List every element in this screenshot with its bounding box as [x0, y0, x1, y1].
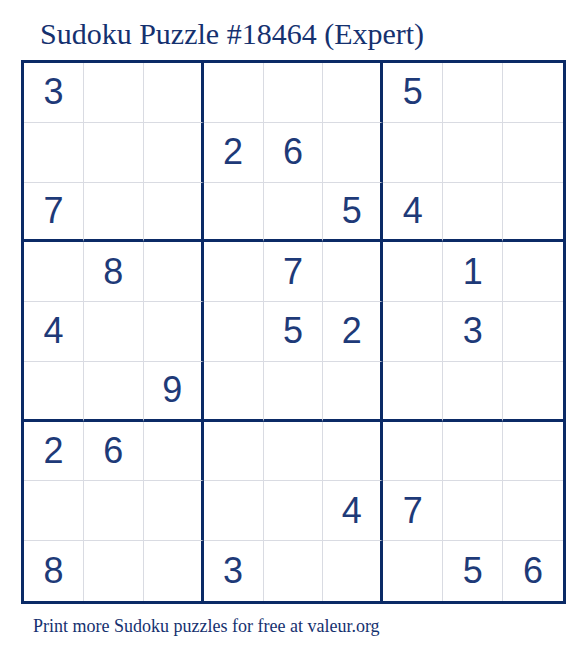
sudoku-cell-r1c1[interactable]: 3 [24, 63, 84, 123]
sudoku-cell-r9c7[interactable] [383, 541, 443, 601]
sudoku-cell-r8c1[interactable] [24, 481, 84, 541]
sudoku-cell-r7c7[interactable] [383, 422, 443, 482]
sudoku-cell-r3c2[interactable] [84, 183, 144, 243]
sudoku-cell-r4c5[interactable]: 7 [264, 242, 324, 302]
puzzle-title: Sudoku Puzzle #18464 (Expert) [40, 17, 424, 50]
sudoku-cell-r2c6[interactable] [323, 123, 383, 183]
sudoku-cell-r9c4[interactable]: 3 [204, 541, 264, 601]
sudoku-cell-r3c8[interactable] [443, 183, 503, 243]
sudoku-cell-r6c3[interactable]: 9 [144, 362, 204, 422]
sudoku-cell-r3c5[interactable] [264, 183, 324, 243]
sudoku-cell-r1c4[interactable] [204, 63, 264, 123]
sudoku-cell-r3c3[interactable] [144, 183, 204, 243]
sudoku-cell-r9c2[interactable] [84, 541, 144, 601]
sudoku-cell-r5c8[interactable]: 3 [443, 302, 503, 362]
sudoku-cell-r7c5[interactable] [264, 422, 324, 482]
sudoku-cell-r2c4[interactable]: 2 [204, 123, 264, 183]
sudoku-cell-r1c6[interactable] [323, 63, 383, 123]
sudoku-cell-r6c5[interactable] [264, 362, 324, 422]
sudoku-cell-r2c5[interactable]: 6 [264, 123, 324, 183]
sudoku-cell-r7c2[interactable]: 6 [84, 422, 144, 482]
sudoku-cell-r8c5[interactable] [264, 481, 324, 541]
sudoku-cell-r2c8[interactable] [443, 123, 503, 183]
sudoku-cell-r6c8[interactable] [443, 362, 503, 422]
sudoku-cell-r6c6[interactable] [323, 362, 383, 422]
sudoku-cell-r2c3[interactable] [144, 123, 204, 183]
sudoku-cell-r3c6[interactable]: 5 [323, 183, 383, 243]
sudoku-cell-r2c9[interactable] [503, 123, 563, 183]
sudoku-cell-r4c1[interactable] [24, 242, 84, 302]
sudoku-cell-r6c7[interactable] [383, 362, 443, 422]
sudoku-cell-r3c1[interactable]: 7 [24, 183, 84, 243]
sudoku-cell-r8c2[interactable] [84, 481, 144, 541]
sudoku-cell-r6c2[interactable] [84, 362, 144, 422]
sudoku-cell-r8c4[interactable] [204, 481, 264, 541]
sudoku-cell-r5c7[interactable] [383, 302, 443, 362]
sudoku-cell-r8c9[interactable] [503, 481, 563, 541]
sudoku-cell-r9c5[interactable] [264, 541, 324, 601]
sudoku-cell-r1c5[interactable] [264, 63, 324, 123]
sudoku-cell-r1c9[interactable] [503, 63, 563, 123]
sudoku-cell-r4c8[interactable]: 1 [443, 242, 503, 302]
sudoku-cell-r8c3[interactable] [144, 481, 204, 541]
sudoku-cell-r8c7[interactable]: 7 [383, 481, 443, 541]
sudoku-cell-r2c7[interactable] [383, 123, 443, 183]
sudoku-cell-r3c4[interactable] [204, 183, 264, 243]
sudoku-cell-r7c4[interactable] [204, 422, 264, 482]
sudoku-cell-r1c7[interactable]: 5 [383, 63, 443, 123]
sudoku-cell-r6c4[interactable] [204, 362, 264, 422]
sudoku-cell-r5c9[interactable] [503, 302, 563, 362]
sudoku-cell-r7c9[interactable] [503, 422, 563, 482]
sudoku-cell-r9c6[interactable] [323, 541, 383, 601]
sudoku-cell-r9c1[interactable]: 8 [24, 541, 84, 601]
sudoku-cell-r5c4[interactable] [204, 302, 264, 362]
sudoku-cell-r4c6[interactable] [323, 242, 383, 302]
sudoku-cell-r2c1[interactable] [24, 123, 84, 183]
sudoku-cell-r1c2[interactable] [84, 63, 144, 123]
sudoku-cell-r7c3[interactable] [144, 422, 204, 482]
sudoku-cell-r5c5[interactable]: 5 [264, 302, 324, 362]
footer-text: Print more Sudoku puzzles for free at va… [33, 616, 380, 637]
sudoku-cell-r5c2[interactable] [84, 302, 144, 362]
sudoku-cell-r8c8[interactable] [443, 481, 503, 541]
sudoku-cell-r6c1[interactable] [24, 362, 84, 422]
sudoku-cell-r4c2[interactable]: 8 [84, 242, 144, 302]
sudoku-cell-r3c7[interactable]: 4 [383, 183, 443, 243]
sudoku-cell-r8c6[interactable]: 4 [323, 481, 383, 541]
sudoku-cell-r6c9[interactable] [503, 362, 563, 422]
sudoku-cell-r9c8[interactable]: 5 [443, 541, 503, 601]
sudoku-cell-r5c3[interactable] [144, 302, 204, 362]
sudoku-cell-r2c2[interactable] [84, 123, 144, 183]
sudoku-cell-r7c1[interactable]: 2 [24, 422, 84, 482]
sudoku-cell-r5c1[interactable]: 4 [24, 302, 84, 362]
sudoku-cell-r7c8[interactable] [443, 422, 503, 482]
sudoku-cell-r4c9[interactable] [503, 242, 563, 302]
sudoku-cell-r4c3[interactable] [144, 242, 204, 302]
sudoku-cell-r3c9[interactable] [503, 183, 563, 243]
sudoku-cell-r4c4[interactable] [204, 242, 264, 302]
sudoku-cell-r4c7[interactable] [383, 242, 443, 302]
sudoku-cell-r5c6[interactable]: 2 [323, 302, 383, 362]
sudoku-cell-r1c3[interactable] [144, 63, 204, 123]
sudoku-cell-r7c6[interactable] [323, 422, 383, 482]
sudoku-cell-r9c3[interactable] [144, 541, 204, 601]
sudoku-cell-r1c8[interactable] [443, 63, 503, 123]
sudoku-cell-r9c9[interactable]: 6 [503, 541, 563, 601]
sudoku-board: 35267548714523926478356 [21, 60, 566, 604]
